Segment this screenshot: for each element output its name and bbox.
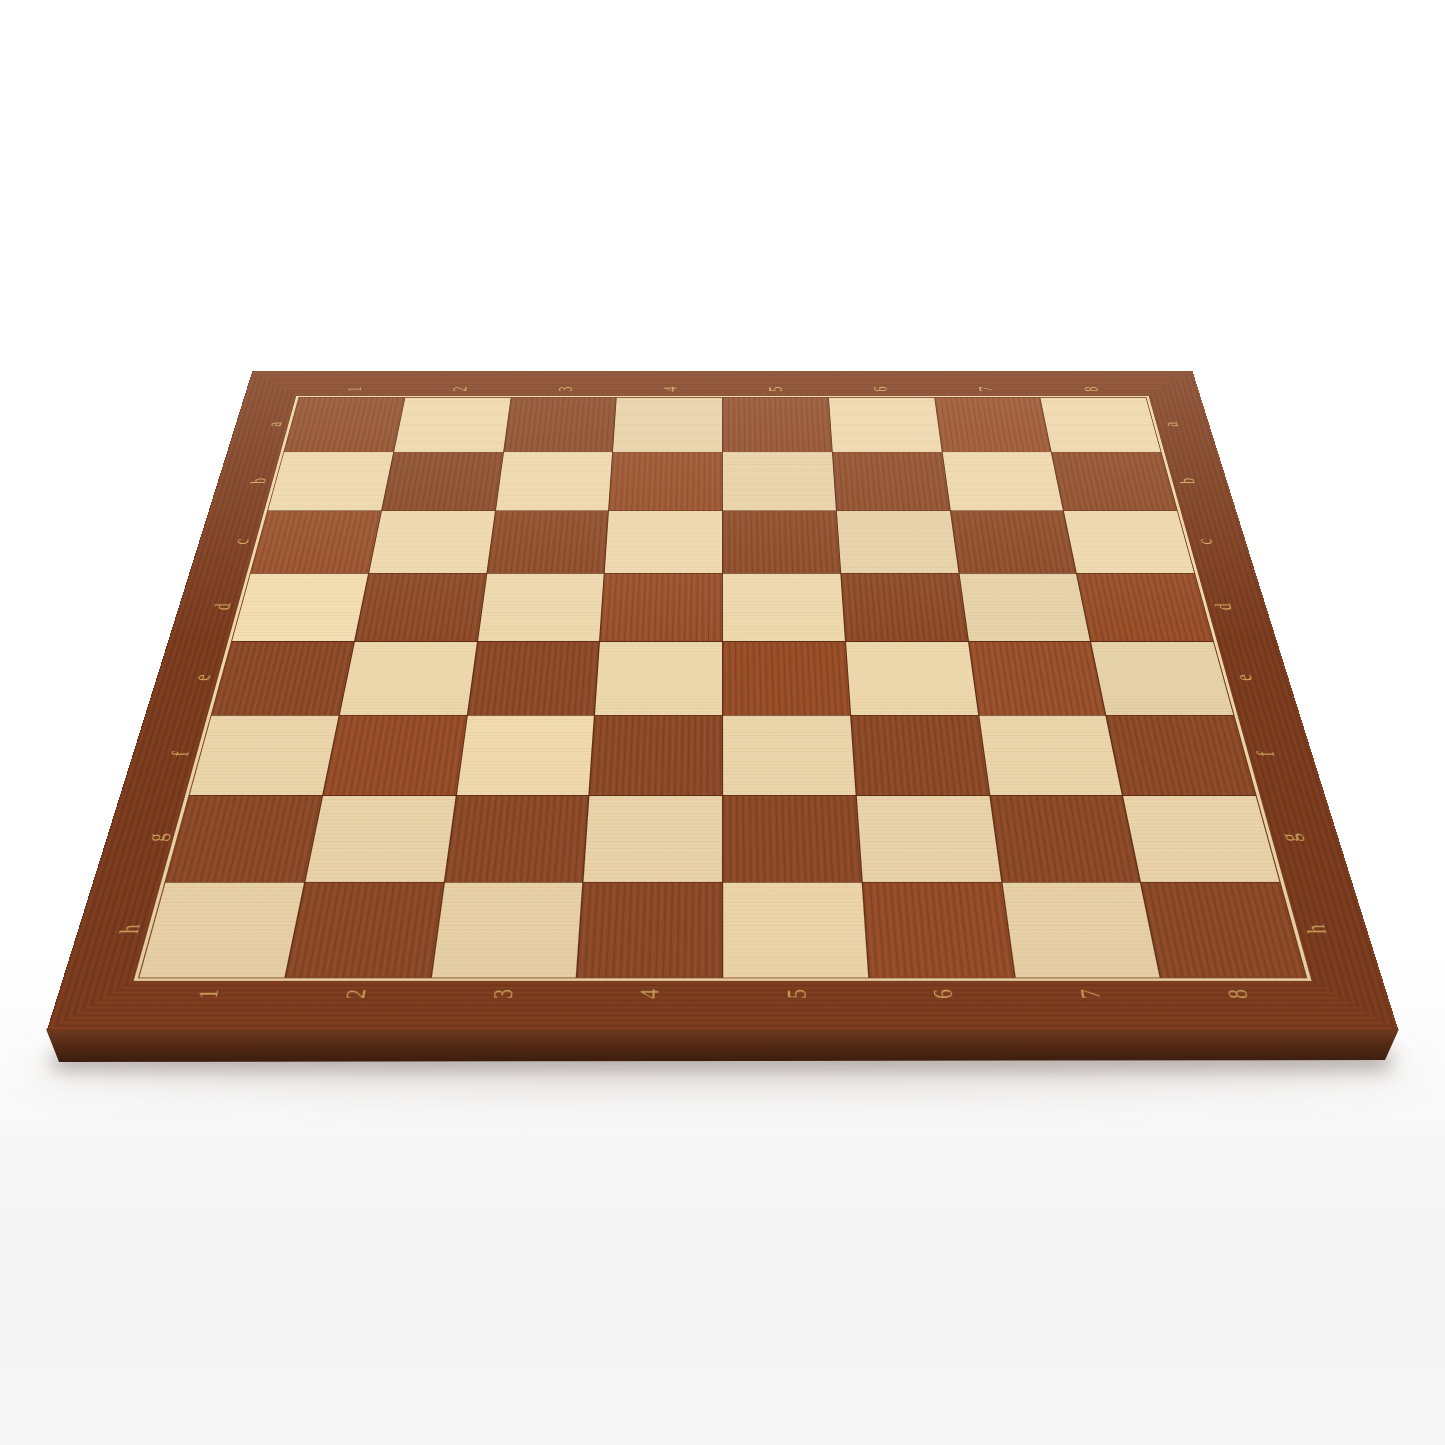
playing-field: [139, 398, 1305, 978]
square-c7: [950, 511, 1076, 573]
square-a5: [723, 398, 832, 452]
square-g7: [990, 796, 1140, 883]
square-c8: [1064, 511, 1194, 573]
square-b3: [496, 452, 613, 510]
coord-left-f: f: [166, 752, 193, 757]
square-a3: [504, 398, 616, 452]
square-f3: [456, 715, 594, 794]
coord-bottom-2: 2: [340, 989, 370, 999]
square-f6: [851, 715, 989, 794]
square-d1: [232, 574, 368, 641]
square-h3: [431, 883, 582, 978]
coord-bottom-4: 4: [635, 989, 664, 999]
coord-top-3: 3: [554, 387, 575, 392]
coord-right-f: f: [1252, 752, 1279, 757]
square-b6: [833, 452, 950, 510]
square-a8: [1041, 398, 1161, 452]
coord-bottom-3: 3: [487, 989, 517, 999]
square-d8: [1077, 574, 1213, 641]
coord-bottom-7: 7: [1075, 989, 1105, 999]
square-b1: [268, 452, 393, 510]
square-f7: [979, 715, 1122, 794]
coord-top-2: 2: [449, 387, 470, 392]
board-frame-top: 12345678: [244, 371, 1201, 398]
square-g3: [444, 796, 588, 883]
square-d6: [841, 574, 967, 641]
square-d4: [600, 574, 722, 641]
coord-bottom-8: 8: [1221, 989, 1252, 999]
square-f5: [723, 715, 855, 794]
square-d7: [959, 574, 1090, 641]
square-e7: [969, 642, 1106, 715]
coord-top-8: 8: [1080, 387, 1102, 392]
square-f8: [1107, 715, 1256, 794]
chessboard-product-photo: 12345678 12345678 abcdefgh abcdefgh: [0, 0, 1445, 1445]
square-g5: [723, 796, 861, 883]
coord-bottom-6: 6: [928, 989, 958, 999]
square-h8: [1141, 883, 1305, 978]
coord-left-d: d: [209, 604, 234, 611]
coord-top-5: 5: [765, 387, 786, 392]
coord-right-c: c: [1192, 539, 1216, 544]
coord-left-b: b: [246, 478, 269, 484]
square-h6: [863, 883, 1014, 978]
square-g2: [305, 796, 455, 883]
coord-bottom-5: 5: [782, 989, 811, 999]
square-g8: [1123, 796, 1279, 883]
coord-right-b: b: [1175, 478, 1198, 484]
square-d5: [723, 574, 845, 641]
coord-right-d: d: [1210, 604, 1235, 611]
square-h5: [723, 883, 868, 978]
coord-right-g: g: [1275, 833, 1304, 842]
square-h1: [139, 883, 303, 978]
square-c1: [251, 511, 381, 573]
square-b2: [382, 452, 503, 510]
square-e3: [467, 642, 599, 715]
square-g6: [856, 796, 1000, 883]
square-b7: [942, 452, 1063, 510]
square-c4: [605, 511, 722, 573]
square-d3: [478, 574, 604, 641]
square-g4: [584, 796, 722, 883]
square-c5: [723, 511, 840, 573]
board-frame-bottom: 12345678: [47, 978, 1399, 1031]
coord-right-e: e: [1230, 674, 1256, 680]
square-e6: [846, 642, 978, 715]
coord-left-e: e: [188, 674, 214, 680]
board-front-edge: [46, 1029, 1399, 1063]
square-f1: [190, 715, 339, 794]
coord-right-a: a: [1159, 422, 1181, 427]
square-g1: [166, 796, 322, 883]
square-b4: [609, 452, 722, 510]
square-d2: [355, 574, 486, 641]
square-h7: [1002, 883, 1160, 978]
square-c6: [837, 511, 958, 573]
square-c3: [487, 511, 608, 573]
square-a1: [284, 398, 404, 452]
square-a6: [829, 398, 942, 452]
coord-right-h: h: [1300, 924, 1331, 933]
coord-top-6: 6: [870, 387, 891, 392]
square-a2: [394, 398, 510, 452]
square-h2: [285, 883, 443, 978]
coord-left-g: g: [141, 833, 170, 842]
square-a4: [613, 398, 722, 452]
square-e5: [723, 642, 850, 715]
square-b8: [1052, 452, 1177, 510]
square-b5: [723, 452, 836, 510]
coord-left-h: h: [114, 924, 145, 933]
coord-top-1: 1: [343, 387, 365, 392]
coord-left-c: c: [229, 539, 253, 544]
coord-top-4: 4: [659, 387, 680, 392]
coord-top-7: 7: [975, 387, 996, 392]
coord-bottom-1: 1: [193, 989, 224, 999]
square-e8: [1091, 642, 1233, 715]
square-a7: [935, 398, 1051, 452]
square-e2: [340, 642, 477, 715]
chess-board: 12345678 12345678 abcdefgh abcdefgh: [47, 371, 1399, 1031]
coord-left-a: a: [263, 422, 285, 427]
square-f4: [590, 715, 722, 794]
square-f2: [323, 715, 466, 794]
square-c2: [369, 511, 495, 573]
square-e4: [595, 642, 722, 715]
square-h4: [577, 883, 722, 978]
square-e1: [212, 642, 354, 715]
